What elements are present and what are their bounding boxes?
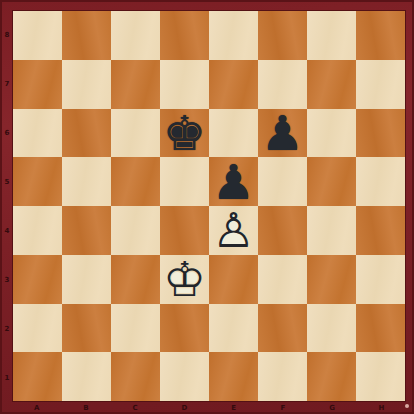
white-pawn[interactable]: ♟♙ — [209, 206, 258, 255]
square-e3[interactable] — [209, 255, 258, 304]
square-f7[interactable] — [258, 60, 307, 109]
square-h8[interactable] — [356, 11, 405, 60]
square-c2[interactable] — [111, 304, 160, 353]
square-f3[interactable] — [258, 255, 307, 304]
white-king[interactable]: ♚♔ — [160, 255, 209, 304]
chess-board: ♚♟♟♟♙♚♔ — [12, 10, 406, 402]
square-d6[interactable]: ♚ — [160, 109, 209, 158]
white-pawn-outline-icon: ♙ — [209, 206, 258, 255]
square-c4[interactable] — [111, 206, 160, 255]
square-a6[interactable] — [13, 109, 62, 158]
square-h4[interactable] — [356, 206, 405, 255]
square-e5[interactable]: ♟ — [209, 157, 258, 206]
rank-label-2: 2 — [2, 304, 12, 353]
file-label-a: A — [12, 402, 61, 414]
rank-label-7: 7 — [2, 59, 12, 108]
square-b8[interactable] — [62, 11, 111, 60]
square-g5[interactable] — [307, 157, 356, 206]
file-label-f: F — [258, 402, 307, 414]
square-c5[interactable] — [111, 157, 160, 206]
rank-label-3: 3 — [2, 255, 12, 304]
square-h5[interactable] — [356, 157, 405, 206]
square-b3[interactable] — [62, 255, 111, 304]
square-d3[interactable]: ♚♔ — [160, 255, 209, 304]
black-pawn-icon: ♟ — [258, 109, 307, 158]
black-pawn[interactable]: ♟ — [258, 109, 307, 158]
square-g4[interactable] — [307, 206, 356, 255]
rank-label-8: 8 — [2, 10, 12, 59]
square-g7[interactable] — [307, 60, 356, 109]
square-f2[interactable] — [258, 304, 307, 353]
file-label-d: D — [160, 402, 209, 414]
square-c1[interactable] — [111, 352, 160, 401]
square-h2[interactable] — [356, 304, 405, 353]
square-b6[interactable] — [62, 109, 111, 158]
black-king[interactable]: ♚ — [160, 109, 209, 158]
square-d7[interactable] — [160, 60, 209, 109]
rank-label-4: 4 — [2, 206, 12, 255]
square-f1[interactable] — [258, 352, 307, 401]
file-label-b: B — [61, 402, 110, 414]
file-label-g: G — [308, 402, 357, 414]
frame-corner-dot — [405, 404, 409, 408]
rank-label-1: 1 — [2, 353, 12, 402]
file-labels: ABCDEFGH — [12, 402, 406, 414]
square-e8[interactable] — [209, 11, 258, 60]
square-b1[interactable] — [62, 352, 111, 401]
square-a3[interactable] — [13, 255, 62, 304]
square-b4[interactable] — [62, 206, 111, 255]
square-d8[interactable] — [160, 11, 209, 60]
rank-label-6: 6 — [2, 108, 12, 157]
square-h3[interactable] — [356, 255, 405, 304]
square-g2[interactable] — [307, 304, 356, 353]
square-c3[interactable] — [111, 255, 160, 304]
square-f5[interactable] — [258, 157, 307, 206]
square-d4[interactable] — [160, 206, 209, 255]
square-g3[interactable] — [307, 255, 356, 304]
white-king-outline-icon: ♔ — [160, 255, 209, 304]
square-c8[interactable] — [111, 11, 160, 60]
black-pawn-icon: ♟ — [209, 157, 258, 206]
square-g8[interactable] — [307, 11, 356, 60]
square-e1[interactable] — [209, 352, 258, 401]
square-a7[interactable] — [13, 60, 62, 109]
file-label-c: C — [111, 402, 160, 414]
square-b5[interactable] — [62, 157, 111, 206]
square-f4[interactable] — [258, 206, 307, 255]
chessboard-frame: ♚♟♟♟♙♚♔ 87654321 ABCDEFGH — [0, 0, 414, 414]
square-a2[interactable] — [13, 304, 62, 353]
square-e6[interactable] — [209, 109, 258, 158]
square-a8[interactable] — [13, 11, 62, 60]
square-d2[interactable] — [160, 304, 209, 353]
square-g6[interactable] — [307, 109, 356, 158]
square-c6[interactable] — [111, 109, 160, 158]
square-e4[interactable]: ♟♙ — [209, 206, 258, 255]
square-h1[interactable] — [356, 352, 405, 401]
square-a4[interactable] — [13, 206, 62, 255]
rank-labels: 87654321 — [2, 10, 12, 402]
square-h6[interactable] — [356, 109, 405, 158]
black-pawn[interactable]: ♟ — [209, 157, 258, 206]
square-h7[interactable] — [356, 60, 405, 109]
square-e2[interactable] — [209, 304, 258, 353]
square-f6[interactable]: ♟ — [258, 109, 307, 158]
square-b2[interactable] — [62, 304, 111, 353]
square-a5[interactable] — [13, 157, 62, 206]
square-d5[interactable] — [160, 157, 209, 206]
square-e7[interactable] — [209, 60, 258, 109]
file-label-e: E — [209, 402, 258, 414]
square-a1[interactable] — [13, 352, 62, 401]
square-c7[interactable] — [111, 60, 160, 109]
rank-label-5: 5 — [2, 157, 12, 206]
square-b7[interactable] — [62, 60, 111, 109]
square-f8[interactable] — [258, 11, 307, 60]
square-d1[interactable] — [160, 352, 209, 401]
square-g1[interactable] — [307, 352, 356, 401]
black-king-icon: ♚ — [160, 109, 209, 158]
file-label-h: H — [357, 402, 406, 414]
